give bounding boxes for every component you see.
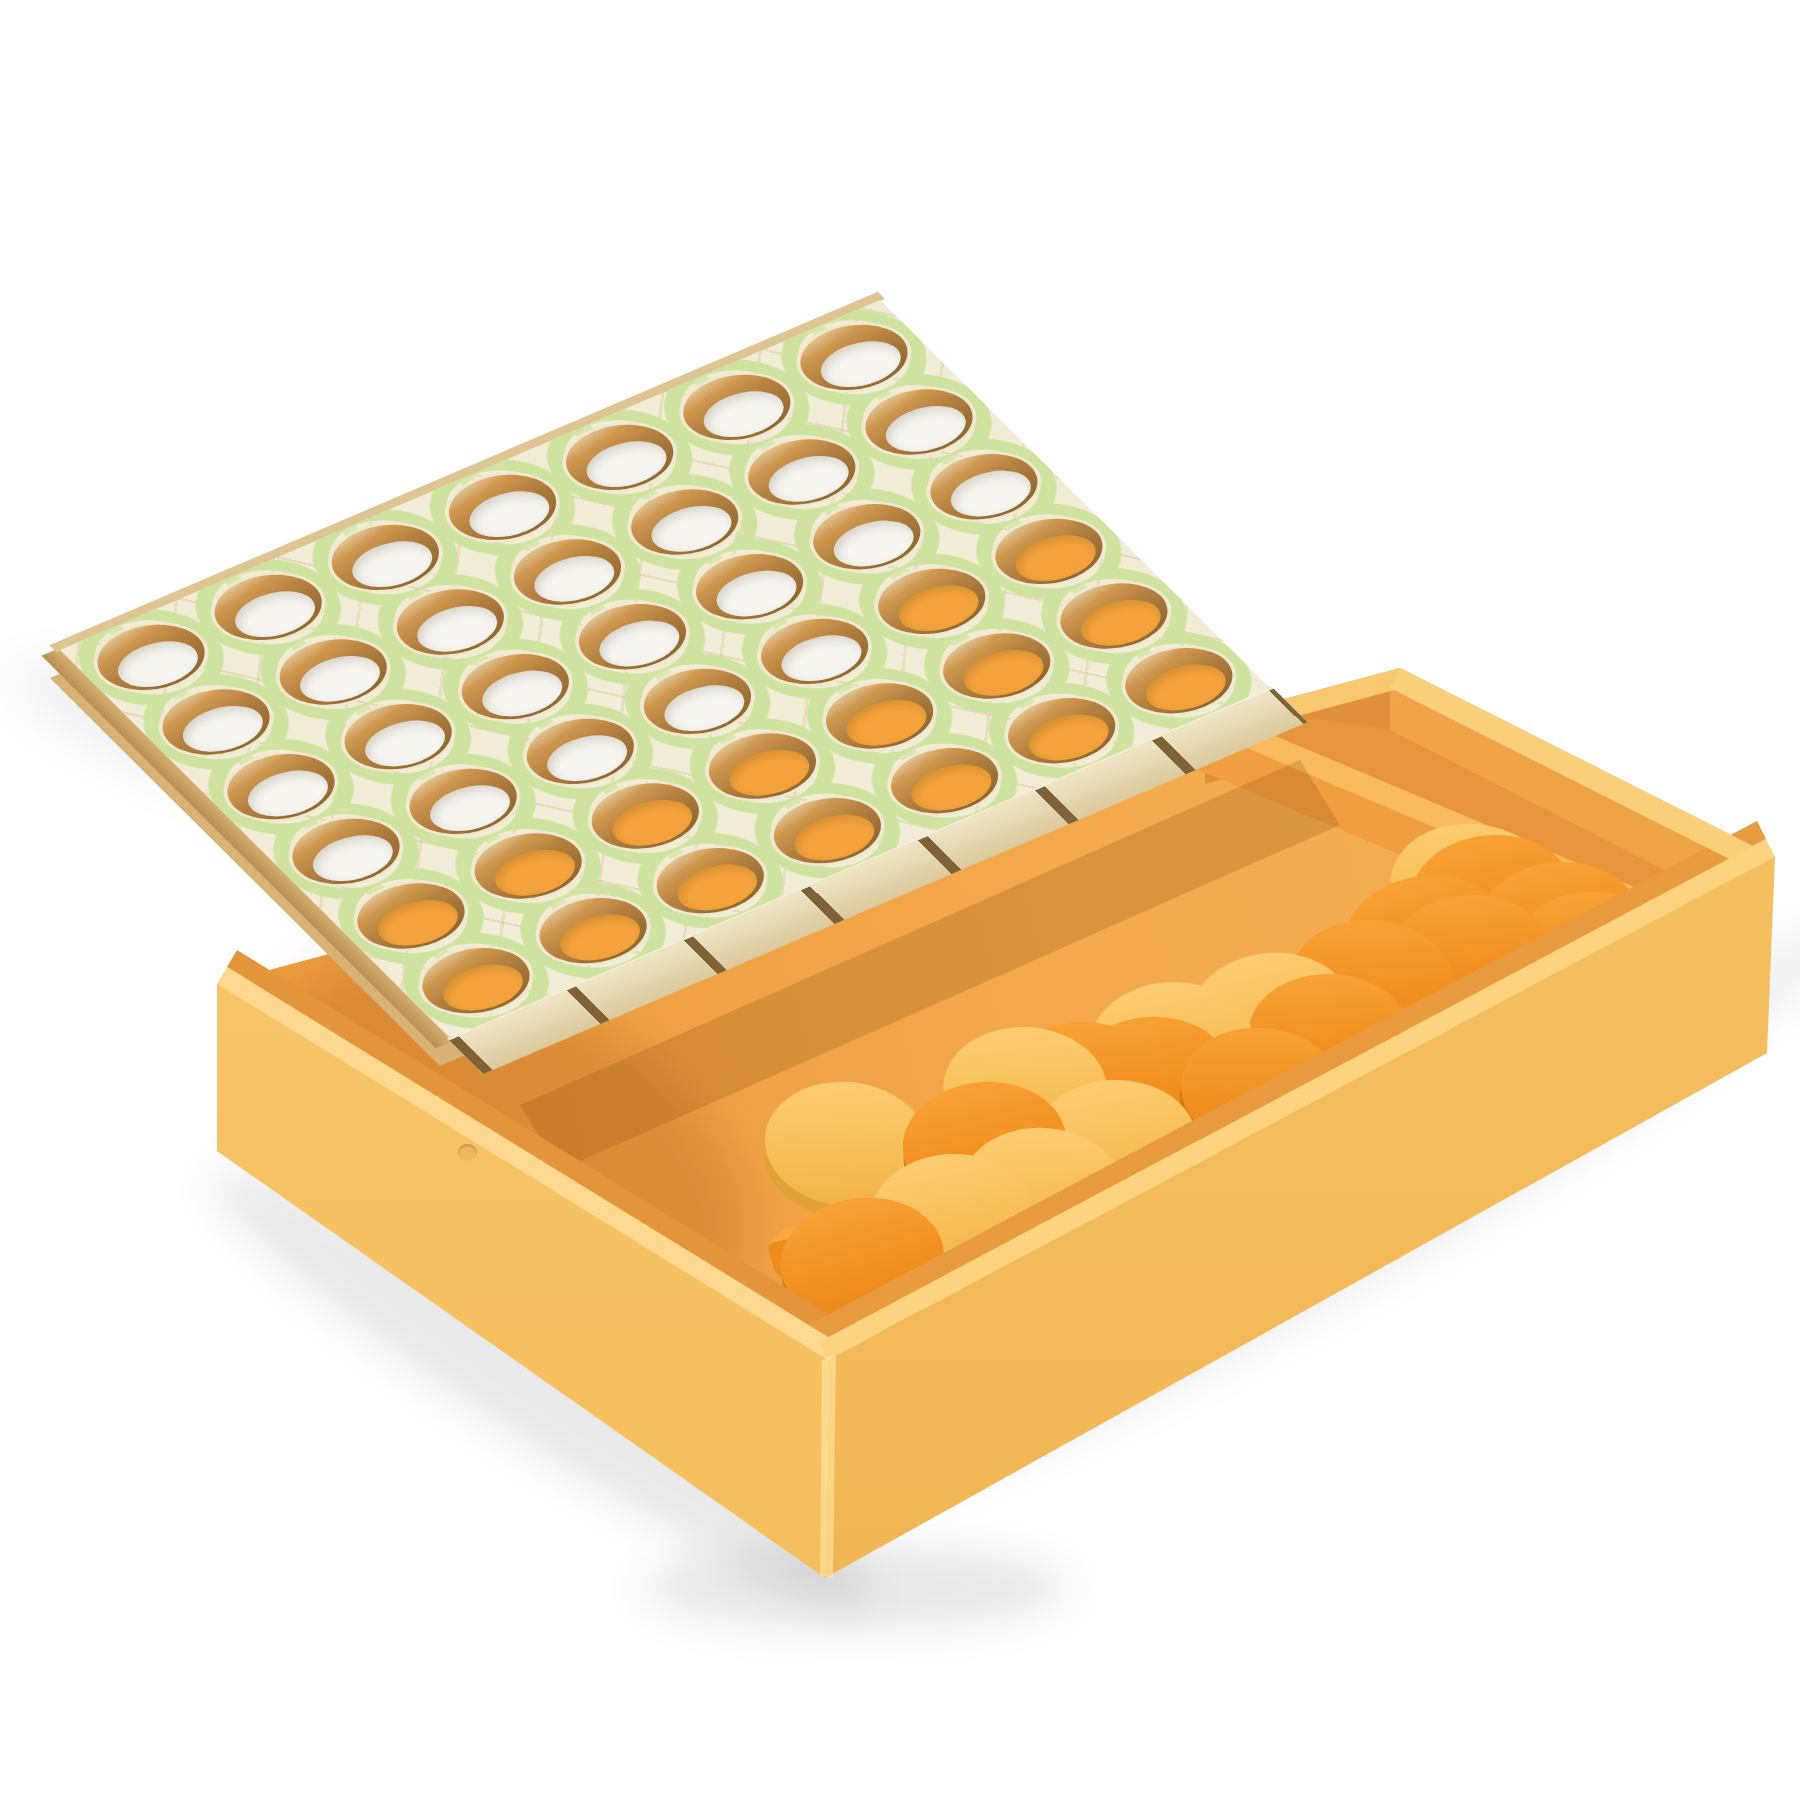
scene-connect-four-product-photo (0, 0, 1800, 1800)
dowel-mark (458, 1144, 477, 1161)
